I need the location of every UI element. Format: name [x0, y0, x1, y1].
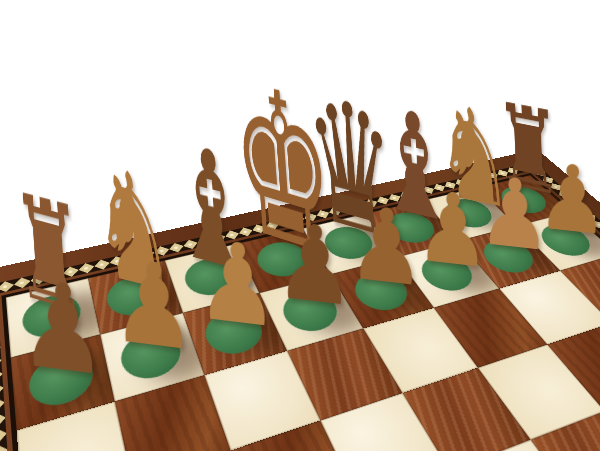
piece-pawn-g2: ♟ [111, 244, 196, 368]
camera-roll-wrapper: ♜♞♝♚♛♝♞♜♟♟♟♟♟♟♟♟ [0, 0, 600, 451]
chess-board: ♜♞♝♚♛♝♞♜♟♟♟♟♟♟♟♟ [0, 149, 600, 451]
piece-pawn-c2: ♟ [415, 177, 491, 283]
piece-pawn-e2: ♟ [275, 208, 355, 323]
piece-pawn-f2: ♟ [196, 225, 279, 344]
photo-backdrop: ♜♞♝♚♛♝♞♜♟♟♟♟♟♟♟♟ [0, 0, 600, 451]
perspective-wrapper: ♜♞♝♚♛♝♞♜♟♟♟♟♟♟♟♟ [0, 0, 600, 451]
square-g3 [115, 375, 231, 451]
board-grid: ♜♞♝♚♛♝♞♜♟♟♟♟♟♟♟♟ [6, 175, 600, 451]
piece-pawn-d2: ♟ [347, 192, 425, 302]
piece-pawn-h2: ♟ [19, 264, 107, 394]
